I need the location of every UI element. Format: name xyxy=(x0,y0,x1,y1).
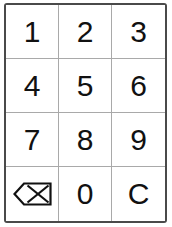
backspace-icon xyxy=(13,182,52,206)
key-clear[interactable]: C xyxy=(112,167,165,221)
key-4[interactable]: 4 xyxy=(6,59,59,113)
key-1[interactable]: 1 xyxy=(6,5,59,59)
key-6[interactable]: 6 xyxy=(112,59,165,113)
key-2[interactable]: 2 xyxy=(59,5,112,59)
key-5[interactable]: 5 xyxy=(59,59,112,113)
key-0[interactable]: 0 xyxy=(59,167,112,221)
key-9[interactable]: 9 xyxy=(112,113,165,167)
key-8[interactable]: 8 xyxy=(59,113,112,167)
key-7[interactable]: 7 xyxy=(6,113,59,167)
key-3[interactable]: 3 xyxy=(112,5,165,59)
key-backspace[interactable] xyxy=(6,167,59,221)
numeric-keypad: 1 2 3 4 5 6 7 8 9 0 C xyxy=(4,3,167,223)
